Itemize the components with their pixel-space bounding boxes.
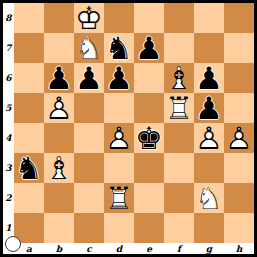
white-rook-d2[interactable]: ♜♖ — [104, 183, 134, 213]
rank-label-6: 6 — [3, 63, 14, 93]
square-e7[interactable]: ♟ — [134, 33, 164, 63]
square-b8[interactable] — [44, 3, 74, 33]
black-pawn-icon: ♟ — [74, 63, 104, 93]
white-pawn-g4[interactable]: ♟♙ — [194, 123, 224, 153]
square-h4[interactable]: ♟♙ — [224, 123, 254, 153]
white-pawn-outline-icon: ♙ — [194, 123, 224, 153]
side-to-move-indicator — [5, 236, 21, 252]
square-e6[interactable] — [134, 63, 164, 93]
square-g4[interactable]: ♟♙ — [194, 123, 224, 153]
square-d3[interactable] — [104, 153, 134, 183]
white-knight-c7[interactable]: ♞♘ — [74, 33, 104, 63]
square-f8[interactable] — [164, 3, 194, 33]
white-pawn-icon: ♟ — [224, 123, 254, 153]
square-e8[interactable] — [134, 3, 164, 33]
chess-board[interactable]: ♚♔♞♘♞♟♟♟♟♝♗♟♟♙♜♖♟♟♙♚♟♙♟♙♞♝♗♜♖♞♘ — [14, 3, 254, 243]
square-b2[interactable] — [44, 183, 74, 213]
black-knight-icon: ♞ — [104, 33, 134, 63]
white-rook-outline-icon: ♖ — [164, 93, 194, 123]
square-a7[interactable] — [14, 33, 44, 63]
black-knight-icon: ♞ — [14, 153, 44, 183]
square-c2[interactable] — [74, 183, 104, 213]
white-knight-g2[interactable]: ♞♘ — [194, 183, 224, 213]
square-e3[interactable] — [134, 153, 164, 183]
black-king-icon: ♚ — [134, 123, 164, 153]
black-pawn-icon: ♟ — [134, 33, 164, 63]
square-b1[interactable] — [44, 213, 74, 243]
black-pawn-d6[interactable]: ♟ — [104, 63, 134, 93]
square-b7[interactable] — [44, 33, 74, 63]
square-h2[interactable] — [224, 183, 254, 213]
square-h8[interactable] — [224, 3, 254, 33]
black-pawn-icon: ♟ — [194, 93, 224, 123]
black-pawn-c6[interactable]: ♟ — [74, 63, 104, 93]
square-c1[interactable] — [74, 213, 104, 243]
square-f4[interactable] — [164, 123, 194, 153]
chess-diagram: 87654321 ♚♔♞♘♞♟♟♟♟♝♗♟♟♙♜♖♟♟♙♚♟♙♟♙♞♝♗♜♖♞♘… — [0, 0, 257, 257]
square-d6[interactable]: ♟ — [104, 63, 134, 93]
rank-label-5: 5 — [3, 93, 14, 123]
rank-label-7: 7 — [3, 33, 14, 63]
rank-label-3: 3 — [3, 153, 14, 183]
white-knight-icon: ♞ — [74, 33, 104, 63]
black-pawn-b6[interactable]: ♟ — [44, 63, 74, 93]
white-bishop-icon: ♝ — [164, 63, 194, 93]
square-d7[interactable]: ♞ — [104, 33, 134, 63]
square-c8[interactable]: ♚♔ — [74, 3, 104, 33]
white-rook-f5[interactable]: ♜♖ — [164, 93, 194, 123]
white-bishop-icon: ♝ — [44, 153, 74, 183]
square-e4[interactable]: ♚ — [134, 123, 164, 153]
black-king-e4[interactable]: ♚ — [134, 123, 164, 153]
white-pawn-outline-icon: ♙ — [44, 93, 74, 123]
square-a5[interactable] — [14, 93, 44, 123]
black-pawn-e7[interactable]: ♟ — [134, 33, 164, 63]
square-g7[interactable] — [194, 33, 224, 63]
white-rook-icon: ♜ — [164, 93, 194, 123]
square-a8[interactable] — [14, 3, 44, 33]
file-label-h: h — [224, 243, 254, 254]
square-c5[interactable] — [74, 93, 104, 123]
square-c3[interactable] — [74, 153, 104, 183]
white-king-icon: ♚ — [74, 3, 104, 33]
white-knight-icon: ♞ — [194, 183, 224, 213]
file-label-c: c — [74, 243, 104, 254]
square-h7[interactable] — [224, 33, 254, 63]
rank-label-2: 2 — [3, 183, 14, 213]
white-pawn-h4[interactable]: ♟♙ — [224, 123, 254, 153]
square-f3[interactable] — [164, 153, 194, 183]
white-pawn-b5[interactable]: ♟♙ — [44, 93, 74, 123]
white-king-c8[interactable]: ♚♔ — [74, 3, 104, 33]
file-label-e: e — [134, 243, 164, 254]
white-bishop-outline-icon: ♗ — [44, 153, 74, 183]
square-g2[interactable]: ♞♘ — [194, 183, 224, 213]
square-h1[interactable] — [224, 213, 254, 243]
black-pawn-icon: ♟ — [104, 63, 134, 93]
square-c4[interactable] — [74, 123, 104, 153]
black-knight-a3[interactable]: ♞ — [14, 153, 44, 183]
black-pawn-icon: ♟ — [194, 63, 224, 93]
white-bishop-b3[interactable]: ♝♗ — [44, 153, 74, 183]
square-c6[interactable]: ♟ — [74, 63, 104, 93]
square-e2[interactable] — [134, 183, 164, 213]
file-labels: abcdefgh — [14, 243, 254, 254]
square-e1[interactable] — [134, 213, 164, 243]
rank-label-4: 4 — [3, 123, 14, 153]
square-g8[interactable] — [194, 3, 224, 33]
square-f7[interactable] — [164, 33, 194, 63]
square-f1[interactable] — [164, 213, 194, 243]
square-f5[interactable]: ♜♖ — [164, 93, 194, 123]
square-f6[interactable]: ♝♗ — [164, 63, 194, 93]
file-label-b: b — [44, 243, 74, 254]
white-bishop-outline-icon: ♗ — [164, 63, 194, 93]
square-g6[interactable]: ♟ — [194, 63, 224, 93]
black-pawn-g6[interactable]: ♟ — [194, 63, 224, 93]
white-pawn-icon: ♟ — [194, 123, 224, 153]
rank-label-8: 8 — [3, 3, 14, 33]
file-label-f: f — [164, 243, 194, 254]
white-pawn-d4[interactable]: ♟♙ — [104, 123, 134, 153]
square-c7[interactable]: ♞♘ — [74, 33, 104, 63]
white-king-outline-icon: ♔ — [74, 3, 104, 33]
square-b4[interactable] — [44, 123, 74, 153]
square-f2[interactable] — [164, 183, 194, 213]
square-h5[interactable] — [224, 93, 254, 123]
square-g5[interactable]: ♟ — [194, 93, 224, 123]
black-pawn-g5[interactable]: ♟ — [194, 93, 224, 123]
square-a2[interactable] — [14, 183, 44, 213]
square-d2[interactable]: ♜♖ — [104, 183, 134, 213]
rank-labels: 87654321 — [3, 3, 14, 243]
square-d8[interactable] — [104, 3, 134, 33]
square-a4[interactable] — [14, 123, 44, 153]
white-rook-icon: ♜ — [104, 183, 134, 213]
square-g3[interactable] — [194, 153, 224, 183]
white-pawn-icon: ♟ — [44, 93, 74, 123]
square-h6[interactable] — [224, 63, 254, 93]
white-pawn-outline-icon: ♙ — [224, 123, 254, 153]
black-knight-d7[interactable]: ♞ — [104, 33, 134, 63]
square-b6[interactable]: ♟ — [44, 63, 74, 93]
square-d4[interactable]: ♟♙ — [104, 123, 134, 153]
square-h3[interactable] — [224, 153, 254, 183]
black-pawn-icon: ♟ — [44, 63, 74, 93]
white-knight-outline-icon: ♘ — [74, 33, 104, 63]
square-e5[interactable] — [134, 93, 164, 123]
square-b5[interactable]: ♟♙ — [44, 93, 74, 123]
white-rook-outline-icon: ♖ — [104, 183, 134, 213]
file-label-g: g — [194, 243, 224, 254]
white-knight-outline-icon: ♘ — [194, 183, 224, 213]
square-d1[interactable] — [104, 213, 134, 243]
square-a3[interactable]: ♞ — [14, 153, 44, 183]
white-bishop-f6[interactable]: ♝♗ — [164, 63, 194, 93]
square-d5[interactable] — [104, 93, 134, 123]
square-a6[interactable] — [14, 63, 44, 93]
white-pawn-outline-icon: ♙ — [104, 123, 134, 153]
square-b3[interactable]: ♝♗ — [44, 153, 74, 183]
file-label-d: d — [104, 243, 134, 254]
white-pawn-icon: ♟ — [104, 123, 134, 153]
square-g1[interactable] — [194, 213, 224, 243]
